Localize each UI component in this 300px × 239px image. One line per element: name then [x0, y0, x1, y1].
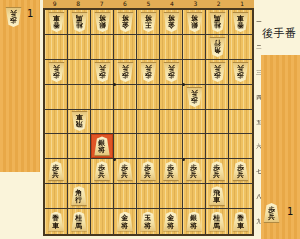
shogi-piece-sente[interactable]: 歩兵: [186, 161, 203, 181]
board-cell-2-9[interactable]: 桂馬: [206, 209, 229, 234]
shogi-piece-gote[interactable]: 銀将: [94, 12, 111, 32]
board-cell-4-5[interactable]: [160, 110, 183, 135]
board-cell-7-6[interactable]: 銀将: [91, 134, 114, 159]
shogi-piece-gote[interactable]: 歩兵: [186, 87, 203, 107]
board-cell-6-6[interactable]: [114, 134, 137, 159]
star-point: [182, 158, 185, 161]
board-cell-6-9[interactable]: 金将: [114, 209, 137, 234]
shogi-piece-gote[interactable]: 歩兵: [140, 62, 157, 82]
board-cell-4-7[interactable]: 歩兵: [160, 159, 183, 184]
board-cell-2-4[interactable]: [206, 85, 229, 110]
board-cell-4-6[interactable]: [160, 134, 183, 159]
board-cell-9-7[interactable]: 歩兵: [45, 159, 68, 184]
board-cell-1-6[interactable]: [229, 134, 252, 159]
board-cell-7-3[interactable]: 歩兵: [91, 60, 114, 85]
board-cell-8-4[interactable]: [68, 85, 91, 110]
shogi-piece-sente[interactable]: 角行: [71, 186, 88, 206]
board-cell-5-3[interactable]: 歩兵: [137, 60, 160, 85]
shogi-piece-gote[interactable]: 歩兵: [232, 62, 249, 82]
shogi-piece-sente[interactable]: 歩兵: [48, 161, 65, 181]
board-cell-3-2[interactable]: [183, 35, 206, 60]
shogi-piece-sente[interactable]: 歩兵: [140, 161, 157, 181]
board-cell-8-7[interactable]: [68, 159, 91, 184]
shogi-piece-sente[interactable]: 銀将: [186, 212, 203, 232]
shogi-piece-sente[interactable]: 銀将: [94, 136, 111, 156]
file-label: 6: [113, 0, 136, 8]
board-cell-9-1[interactable]: 香車: [45, 10, 68, 35]
shogi-diagram: 歩兵 1 987654321 香車桂馬銀将金将王将金将銀将桂馬香車角行歩兵歩兵歩…: [0, 0, 300, 239]
board-cell-4-8[interactable]: [160, 184, 183, 209]
shogi-piece-gote[interactable]: 桂馬: [209, 12, 226, 32]
shogi-piece-sente[interactable]: 歩兵: [163, 161, 180, 181]
board-cell-6-8[interactable]: [114, 184, 137, 209]
board-cell-1-8[interactable]: [229, 184, 252, 209]
file-label: 2: [207, 0, 230, 8]
board-cell-7-2[interactable]: [91, 35, 114, 60]
board-cell-4-9[interactable]: 金将: [160, 209, 183, 234]
shogi-piece-sente[interactable]: 玉将: [140, 212, 157, 232]
file-label: 4: [160, 0, 183, 8]
file-label: 3: [184, 0, 207, 8]
shogi-piece-sente[interactable]: 香車: [232, 212, 249, 232]
board-cell-9-9[interactable]: 香車: [45, 209, 68, 234]
board-cell-9-3[interactable]: 歩兵: [45, 60, 68, 85]
board-cell-8-5[interactable]: 飛車: [68, 110, 91, 135]
shogi-piece-sente[interactable]: 歩兵: [232, 161, 249, 181]
shogi-piece-sente[interactable]: 歩兵: [263, 203, 280, 223]
file-label: 5: [137, 0, 160, 8]
board-cell-3-3[interactable]: [183, 60, 206, 85]
board-cell-7-7[interactable]: 歩兵: [91, 159, 114, 184]
shogi-piece-sente[interactable]: 歩兵: [117, 161, 134, 181]
board-cell-4-4[interactable]: [160, 85, 183, 110]
board-cell-1-7[interactable]: 歩兵: [229, 159, 252, 184]
board-cell-3-1[interactable]: 銀将: [183, 10, 206, 35]
board-cell-1-5[interactable]: [229, 110, 252, 135]
board-cell-6-2[interactable]: [114, 35, 137, 60]
shogi-piece-gote[interactable]: 桂馬: [71, 12, 88, 32]
rank-label: 一: [256, 18, 261, 26]
file-label: 9: [43, 0, 66, 8]
board-cell-3-7[interactable]: 歩兵: [183, 159, 206, 184]
board-cell-9-6[interactable]: [45, 134, 68, 159]
board-cell-8-9[interactable]: 桂馬: [68, 209, 91, 234]
board-cell-4-1[interactable]: 金将: [160, 10, 183, 35]
board-cell-3-9[interactable]: 銀将: [183, 209, 206, 234]
board-cell-5-2[interactable]: [137, 35, 160, 60]
gote-captured-tray: 歩兵 1: [0, 0, 40, 172]
shogi-piece-gote[interactable]: 歩兵: [163, 62, 180, 82]
board-cell-7-8[interactable]: [91, 184, 114, 209]
shogi-piece-gote[interactable]: 歩兵: [48, 62, 65, 82]
board-cell-6-5[interactable]: [114, 110, 137, 135]
file-label: 8: [66, 0, 89, 8]
shogi-piece-sente[interactable]: 金将: [163, 212, 180, 232]
shogi-piece-gote[interactable]: 金将: [117, 12, 134, 32]
file-label: 1: [231, 0, 254, 8]
board-cell-7-1[interactable]: 銀将: [91, 10, 114, 35]
shogi-piece-gote[interactable]: 金将: [163, 12, 180, 32]
board-cell-6-1[interactable]: 金将: [114, 10, 137, 35]
shogi-piece-gote[interactable]: 飛車: [71, 111, 88, 131]
shogi-piece-sente[interactable]: 香車: [48, 212, 65, 232]
board-cell-2-3[interactable]: 歩兵: [206, 60, 229, 85]
star-point: [182, 83, 185, 86]
turn-indicator: 後手番: [262, 26, 300, 41]
shogi-piece-sente[interactable]: 金将: [117, 212, 134, 232]
board-cell-6-3[interactable]: 歩兵: [114, 60, 137, 85]
board-cell-4-2[interactable]: [160, 35, 183, 60]
board-cell-3-8[interactable]: [183, 184, 206, 209]
shogi-piece-sente[interactable]: 歩兵: [209, 161, 226, 181]
shogi-piece-gote[interactable]: 銀将: [186, 12, 203, 32]
board-cell-4-3[interactable]: 歩兵: [160, 60, 183, 85]
shogi-piece-sente[interactable]: 桂馬: [209, 212, 226, 232]
board-cell-2-1[interactable]: 桂馬: [206, 10, 229, 35]
board-cell-5-5[interactable]: [137, 110, 160, 135]
shogi-piece-gote[interactable]: 歩兵: [94, 62, 111, 82]
board-cell-9-2[interactable]: [45, 35, 68, 60]
shogi-piece-sente[interactable]: 飛車: [209, 186, 226, 206]
shogi-piece-gote[interactable]: 香車: [232, 12, 249, 32]
shogi-piece-sente[interactable]: 歩兵: [94, 161, 111, 181]
board-cell-1-4[interactable]: [229, 85, 252, 110]
board-cell-3-4[interactable]: 歩兵: [183, 85, 206, 110]
star-point: [113, 158, 116, 161]
rank-label: 二: [256, 43, 261, 51]
board-frame: 香車桂馬銀将金将王将金将銀将桂馬香車角行歩兵歩兵歩兵歩兵歩兵歩兵歩兵歩兵飛車銀将…: [43, 8, 254, 236]
board-cell-5-4[interactable]: [137, 85, 160, 110]
board-grid: 香車桂馬銀将金将王将金将銀将桂馬香車角行歩兵歩兵歩兵歩兵歩兵歩兵歩兵歩兵飛車銀将…: [45, 10, 252, 234]
board-cell-1-2[interactable]: [229, 35, 252, 60]
board-cell-8-2[interactable]: [68, 35, 91, 60]
board-cell-7-9[interactable]: [91, 209, 114, 234]
board-cell-9-4[interactable]: [45, 85, 68, 110]
shogi-piece-gote[interactable]: 歩兵: [209, 62, 226, 82]
board-cell-3-5[interactable]: [183, 110, 206, 135]
gote-hand-piece-slot[interactable]: 歩兵: [5, 7, 21, 27]
board-cell-1-3[interactable]: 歩兵: [229, 60, 252, 85]
shogi-piece-gote[interactable]: 歩兵: [5, 7, 22, 27]
shogi-piece-gote[interactable]: 歩兵: [117, 62, 134, 82]
board-cell-3-6[interactable]: [183, 134, 206, 159]
star-point: [113, 83, 116, 86]
board-cell-2-5[interactable]: [206, 110, 229, 135]
board-cell-5-9[interactable]: 玉将: [137, 209, 160, 234]
board-cell-8-8[interactable]: 角行: [68, 184, 91, 209]
board-cell-7-5[interactable]: [91, 110, 114, 135]
board-cell-5-7[interactable]: 歩兵: [137, 159, 160, 184]
board-cell-2-8[interactable]: 飛車: [206, 184, 229, 209]
shogi-piece-gote[interactable]: 角行: [209, 37, 226, 57]
shogi-piece-gote[interactable]: 香車: [48, 12, 65, 32]
shogi-piece-gote[interactable]: 王将: [140, 12, 157, 32]
board-cell-1-1[interactable]: 香車: [229, 10, 252, 35]
board-cell-5-6[interactable]: [137, 134, 160, 159]
board-cell-9-8[interactable]: [45, 184, 68, 209]
board-cell-8-1[interactable]: 桂馬: [68, 10, 91, 35]
board-cell-5-8[interactable]: [137, 184, 160, 209]
file-label: 7: [90, 0, 113, 8]
gote-hand-count: 1: [27, 8, 33, 19]
board-cell-1-9[interactable]: 香車: [229, 209, 252, 234]
board-cell-5-1[interactable]: 王将: [137, 10, 160, 35]
board-cell-6-7[interactable]: 歩兵: [114, 159, 137, 184]
file-labels: 987654321: [43, 0, 254, 8]
board-cell-9-5[interactable]: [45, 110, 68, 135]
sente-captured-tray: 歩兵 1: [261, 55, 300, 239]
shogi-board: 987654321 香車桂馬銀将金将王将金将銀将桂馬香車角行歩兵歩兵歩兵歩兵歩兵…: [43, 0, 262, 239]
board-cell-2-7[interactable]: 歩兵: [206, 159, 229, 184]
sente-hand-count: 1: [287, 206, 293, 217]
shogi-piece-sente[interactable]: 桂馬: [71, 212, 88, 232]
board-cell-2-2[interactable]: 角行: [206, 35, 229, 60]
board-cell-8-6[interactable]: [68, 134, 91, 159]
sente-hand-piece-slot[interactable]: 歩兵: [263, 203, 279, 223]
board-cell-7-4[interactable]: [91, 85, 114, 110]
board-cell-8-3[interactable]: [68, 60, 91, 85]
board-cell-2-6[interactable]: [206, 134, 229, 159]
board-cell-6-4[interactable]: [114, 85, 137, 110]
